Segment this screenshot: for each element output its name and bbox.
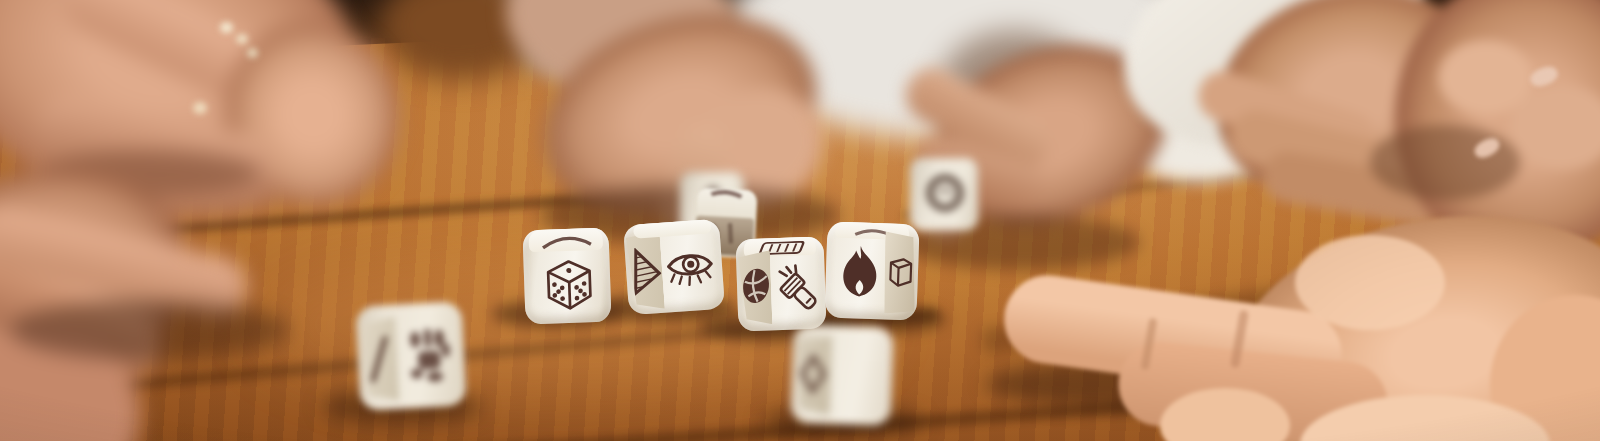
stick-wand-icon (364, 333, 395, 386)
die-top-face (528, 228, 603, 253)
ring (193, 102, 207, 114)
die-3-eye (623, 219, 725, 315)
die-right-face (883, 231, 918, 314)
left-fingers-table-shadow (10, 300, 290, 360)
bracelet-bead (247, 48, 258, 58)
box-icon (885, 246, 915, 299)
die-front-face (660, 229, 721, 309)
hands-gap-shadow (1370, 125, 1520, 200)
die-left-face (794, 334, 833, 415)
flashlight-icon (767, 256, 825, 320)
die-7-moon-blurred (790, 324, 893, 425)
eye-icon (664, 243, 717, 292)
die-1-left-blurred (355, 301, 466, 410)
cube-pips-icon (541, 256, 597, 314)
die-6-flame (824, 221, 919, 320)
die-9-right-held (910, 158, 978, 230)
indistinct-cluster-icon (400, 324, 455, 389)
die-5-flashlight (735, 236, 826, 331)
story-dice-photo-scene (0, 0, 1600, 441)
bracelet-bead (220, 22, 233, 33)
pyramid-icon (630, 243, 663, 299)
dark-ring-icon (924, 172, 966, 214)
diamond-icon (797, 352, 828, 395)
knuckle-highlight (1295, 235, 1445, 330)
globe-icon (740, 262, 771, 311)
crescent-moon-icon (837, 346, 887, 402)
bracelet-bead (236, 34, 248, 44)
flame-icon (837, 242, 883, 303)
die-2-pips (522, 228, 611, 325)
